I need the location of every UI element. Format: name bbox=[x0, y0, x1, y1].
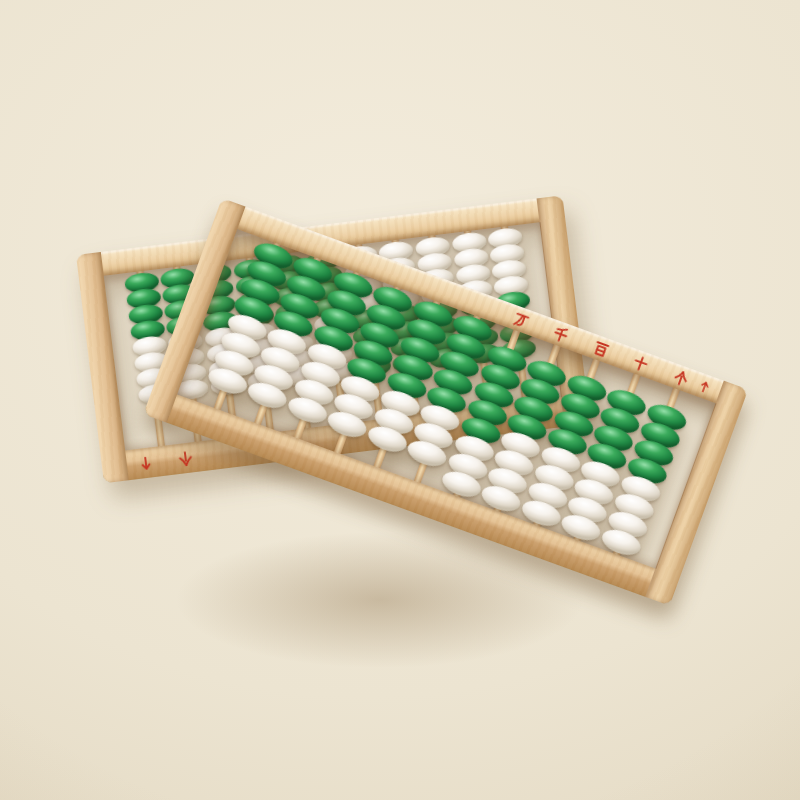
scene bbox=[0, 0, 800, 800]
frame-rail-left bbox=[76, 252, 129, 483]
